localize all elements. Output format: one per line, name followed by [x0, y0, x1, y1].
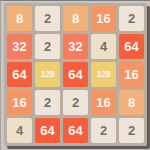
tile-r1c4: 16 — [91, 6, 116, 31]
tile-r5c3: 64 — [63, 118, 88, 143]
tile-r3c5: 16 — [119, 62, 144, 87]
tile-r5c4: 2 — [91, 118, 116, 143]
tile-r4c3: 2 — [63, 90, 88, 115]
tile-r2c1: 32 — [7, 34, 32, 59]
tile-r4c5: 8 — [119, 90, 144, 115]
tile-r2c2: 2 — [35, 34, 60, 59]
tile-r3c3: 64 — [63, 62, 88, 87]
tile-r1c3: 8 — [63, 6, 88, 31]
tile-r1c5: 2 — [119, 6, 144, 31]
tile-r2c5: 64 — [119, 34, 144, 59]
tile-r3c1: 64 — [7, 62, 32, 87]
tile-r5c5: 2 — [119, 118, 144, 143]
tile-r1c2: 2 — [35, 6, 60, 31]
tile-r4c2: 2 — [35, 90, 60, 115]
tile-r5c1: 4 — [7, 118, 32, 143]
tile-r2c4: 4 — [91, 34, 116, 59]
tile-r3c4: 128 — [91, 62, 116, 87]
tile-r2c3: 32 — [63, 34, 88, 59]
tile-r1c1: 8 — [7, 6, 32, 31]
tile-r5c2: 64 — [35, 118, 60, 143]
board-grid[interactable]: 8281623223246464128641281616221684646422 — [4, 3, 147, 146]
tile-r4c1: 16 — [7, 90, 32, 115]
tile-r3c2: 128 — [35, 62, 60, 87]
game-window: 8281623223246464128641281616221684646422 — [0, 0, 150, 150]
tile-r4c4: 16 — [91, 90, 116, 115]
